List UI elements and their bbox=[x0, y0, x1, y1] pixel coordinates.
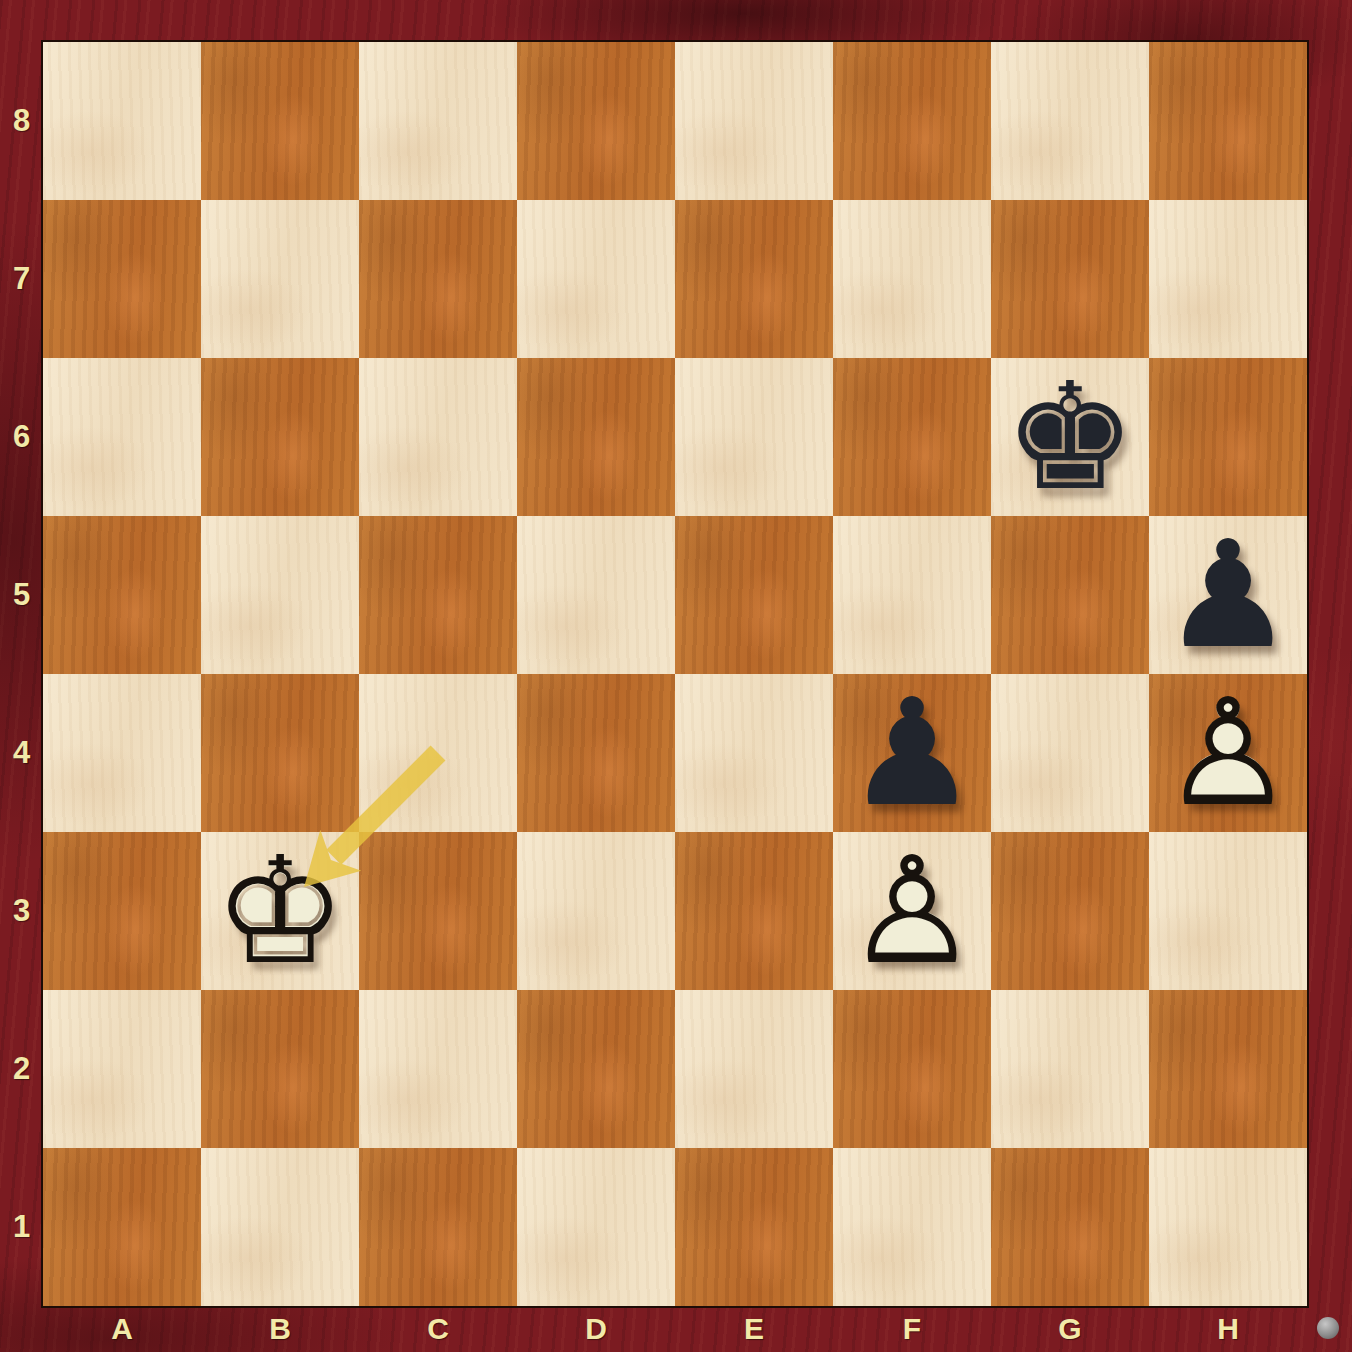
square-g7[interactable] bbox=[991, 200, 1149, 358]
file-label-e: E bbox=[675, 1306, 833, 1352]
square-d1[interactable] bbox=[517, 1148, 675, 1306]
black-king-glyph: ♚ bbox=[991, 358, 1149, 516]
piece-black-pawn-h5[interactable]: ♟ bbox=[1149, 516, 1307, 674]
square-b5[interactable] bbox=[201, 516, 359, 674]
piece-white-pawn-f3[interactable]: ♟♙ bbox=[833, 832, 991, 990]
square-d7[interactable] bbox=[517, 200, 675, 358]
file-label-c: C bbox=[359, 1306, 517, 1352]
square-d2[interactable] bbox=[517, 990, 675, 1148]
square-f2[interactable] bbox=[833, 990, 991, 1148]
corner-dot bbox=[1317, 1317, 1339, 1339]
file-label-d: D bbox=[517, 1306, 675, 1352]
square-b8[interactable] bbox=[201, 42, 359, 200]
square-a7[interactable] bbox=[43, 200, 201, 358]
piece-black-pawn-f4[interactable]: ♟ bbox=[833, 674, 991, 832]
square-b6[interactable] bbox=[201, 358, 359, 516]
square-g2[interactable] bbox=[991, 990, 1149, 1148]
rank-label-3: 3 bbox=[0, 832, 43, 990]
square-e7[interactable] bbox=[675, 200, 833, 358]
file-label-f: F bbox=[833, 1306, 991, 1352]
square-b7[interactable] bbox=[201, 200, 359, 358]
square-c1[interactable] bbox=[359, 1148, 517, 1306]
square-f3[interactable]: ♟♙ bbox=[833, 832, 991, 990]
file-label-g: G bbox=[991, 1306, 1149, 1352]
square-c3[interactable] bbox=[359, 832, 517, 990]
square-h2[interactable] bbox=[1149, 990, 1307, 1148]
square-c2[interactable] bbox=[359, 990, 517, 1148]
square-h4[interactable]: ♟♙ bbox=[1149, 674, 1307, 832]
square-a5[interactable] bbox=[43, 516, 201, 674]
square-f7[interactable] bbox=[833, 200, 991, 358]
square-h5[interactable]: ♟ bbox=[1149, 516, 1307, 674]
square-d8[interactable] bbox=[517, 42, 675, 200]
black-pawn-glyph: ♟ bbox=[1149, 516, 1307, 674]
square-g3[interactable] bbox=[991, 832, 1149, 990]
file-label-b: B bbox=[201, 1306, 359, 1352]
square-h3[interactable] bbox=[1149, 832, 1307, 990]
rank-label-6: 6 bbox=[0, 358, 43, 516]
square-e2[interactable] bbox=[675, 990, 833, 1148]
piece-black-king-g6[interactable]: ♚ bbox=[991, 358, 1149, 516]
piece-white-king-b3[interactable]: ♚♔ bbox=[201, 832, 359, 990]
square-d3[interactable] bbox=[517, 832, 675, 990]
square-f8[interactable] bbox=[833, 42, 991, 200]
rank-label-5: 5 bbox=[0, 516, 43, 674]
square-g1[interactable] bbox=[991, 1148, 1149, 1306]
square-b1[interactable] bbox=[201, 1148, 359, 1306]
square-c6[interactable] bbox=[359, 358, 517, 516]
square-d4[interactable] bbox=[517, 674, 675, 832]
square-b3[interactable]: ♚♔ bbox=[201, 832, 359, 990]
white-pawn-outline-glyph: ♙ bbox=[833, 832, 991, 990]
square-h1[interactable] bbox=[1149, 1148, 1307, 1306]
square-a6[interactable] bbox=[43, 358, 201, 516]
rank-label-7: 7 bbox=[0, 200, 43, 358]
square-e8[interactable] bbox=[675, 42, 833, 200]
square-f4[interactable]: ♟ bbox=[833, 674, 991, 832]
square-d5[interactable] bbox=[517, 516, 675, 674]
square-e6[interactable] bbox=[675, 358, 833, 516]
square-h6[interactable] bbox=[1149, 358, 1307, 516]
square-c4[interactable] bbox=[359, 674, 517, 832]
square-a1[interactable] bbox=[43, 1148, 201, 1306]
square-g4[interactable] bbox=[991, 674, 1149, 832]
board-frame: ♚♟♟♟♙♚♔♟♙ 87654321ABCDEFGH bbox=[0, 0, 1352, 1352]
square-g6[interactable]: ♚ bbox=[991, 358, 1149, 516]
square-b4[interactable] bbox=[201, 674, 359, 832]
square-a8[interactable] bbox=[43, 42, 201, 200]
square-f5[interactable] bbox=[833, 516, 991, 674]
square-f1[interactable] bbox=[833, 1148, 991, 1306]
rank-label-1: 1 bbox=[0, 1148, 43, 1306]
square-c8[interactable] bbox=[359, 42, 517, 200]
square-c5[interactable] bbox=[359, 516, 517, 674]
square-a3[interactable] bbox=[43, 832, 201, 990]
square-e3[interactable] bbox=[675, 832, 833, 990]
square-a2[interactable] bbox=[43, 990, 201, 1148]
file-label-h: H bbox=[1149, 1306, 1307, 1352]
piece-white-pawn-h4[interactable]: ♟♙ bbox=[1149, 674, 1307, 832]
white-pawn-outline-glyph: ♙ bbox=[1149, 674, 1307, 832]
rank-label-8: 8 bbox=[0, 42, 43, 200]
file-label-a: A bbox=[43, 1306, 201, 1352]
square-e5[interactable] bbox=[675, 516, 833, 674]
square-a4[interactable] bbox=[43, 674, 201, 832]
square-b2[interactable] bbox=[201, 990, 359, 1148]
square-d6[interactable] bbox=[517, 358, 675, 516]
square-e1[interactable] bbox=[675, 1148, 833, 1306]
rank-label-2: 2 bbox=[0, 990, 43, 1148]
square-c7[interactable] bbox=[359, 200, 517, 358]
square-f6[interactable] bbox=[833, 358, 991, 516]
square-g5[interactable] bbox=[991, 516, 1149, 674]
square-e4[interactable] bbox=[675, 674, 833, 832]
square-h8[interactable] bbox=[1149, 42, 1307, 200]
black-pawn-glyph: ♟ bbox=[833, 674, 991, 832]
rank-label-4: 4 bbox=[0, 674, 43, 832]
square-g8[interactable] bbox=[991, 42, 1149, 200]
square-h7[interactable] bbox=[1149, 200, 1307, 358]
chess-board: ♚♟♟♟♙♚♔♟♙ bbox=[43, 42, 1307, 1306]
white-king-outline-glyph: ♔ bbox=[201, 832, 359, 990]
